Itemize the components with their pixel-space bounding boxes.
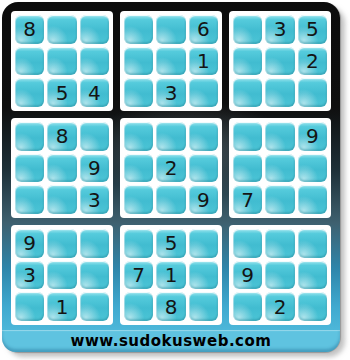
cell-r6c7: 7: [233, 185, 262, 214]
cell-r4c7[interactable]: [233, 122, 262, 151]
cell-r2c1[interactable]: [15, 47, 44, 76]
cell-r7c4[interactable]: [124, 229, 153, 258]
cell-r5c4[interactable]: [124, 154, 153, 183]
box-r1c3: 352: [229, 11, 331, 111]
cell-r5c3: 9: [80, 154, 109, 183]
cell-r2c9: 2: [298, 47, 327, 76]
cell-r7c3[interactable]: [80, 229, 109, 258]
cell-r3c3: 4: [80, 78, 109, 107]
cell-r4c8[interactable]: [265, 122, 294, 151]
cell-r9c4[interactable]: [124, 292, 153, 321]
cell-r6c1[interactable]: [15, 185, 44, 214]
box-r3c1: 931: [11, 225, 113, 325]
cell-r8c9[interactable]: [298, 261, 327, 290]
cell-r4c3[interactable]: [80, 122, 109, 151]
cell-r1c2[interactable]: [47, 15, 76, 44]
cell-r2c8[interactable]: [265, 47, 294, 76]
cell-r4c5[interactable]: [156, 122, 185, 151]
box-r2c3: 97: [229, 118, 331, 218]
cell-r7c1: 9: [15, 229, 44, 258]
cell-r7c6[interactable]: [189, 229, 218, 258]
cell-r3c8[interactable]: [265, 78, 294, 107]
sudoku-board: 8546133528932997931571892: [11, 11, 331, 325]
cell-r4c1[interactable]: [15, 122, 44, 151]
cell-r1c5[interactable]: [156, 15, 185, 44]
cell-r2c3[interactable]: [80, 47, 109, 76]
cell-r6c9[interactable]: [298, 185, 327, 214]
cell-r5c6[interactable]: [189, 154, 218, 183]
cell-r1c7[interactable]: [233, 15, 262, 44]
cell-r9c1[interactable]: [15, 292, 44, 321]
cell-r7c7[interactable]: [233, 229, 262, 258]
cell-r6c6: 9: [189, 185, 218, 214]
cell-r3c6[interactable]: [189, 78, 218, 107]
box-r1c1: 854: [11, 11, 113, 111]
cell-r3c2: 5: [47, 78, 76, 107]
cell-r8c7: 9: [233, 261, 262, 290]
box-r2c2: 29: [120, 118, 222, 218]
cell-r9c8: 2: [265, 292, 294, 321]
cell-r5c7[interactable]: [233, 154, 262, 183]
cell-r2c7[interactable]: [233, 47, 262, 76]
cell-r7c8[interactable]: [265, 229, 294, 258]
cell-r5c1[interactable]: [15, 154, 44, 183]
cell-r9c6[interactable]: [189, 292, 218, 321]
cell-r3c7[interactable]: [233, 78, 262, 107]
cell-r6c8[interactable]: [265, 185, 294, 214]
cell-r7c9[interactable]: [298, 229, 327, 258]
cell-r7c5: 5: [156, 229, 185, 258]
cell-r3c9[interactable]: [298, 78, 327, 107]
cell-r3c1[interactable]: [15, 78, 44, 107]
cell-r9c2: 1: [47, 292, 76, 321]
cell-r5c8[interactable]: [265, 154, 294, 183]
cell-r3c4[interactable]: [124, 78, 153, 107]
puzzle-frame: 8546133528932997931571892 www.sudokusweb…: [2, 2, 340, 352]
cell-r5c5: 2: [156, 154, 185, 183]
cell-r3c5: 3: [156, 78, 185, 107]
cell-r6c4[interactable]: [124, 185, 153, 214]
cell-r8c3[interactable]: [80, 261, 109, 290]
cell-r8c5: 1: [156, 261, 185, 290]
cell-r8c4: 7: [124, 261, 153, 290]
cell-r8c8[interactable]: [265, 261, 294, 290]
cell-r1c1: 8: [15, 15, 44, 44]
cell-r1c3[interactable]: [80, 15, 109, 44]
cell-r6c3: 3: [80, 185, 109, 214]
cell-r2c4[interactable]: [124, 47, 153, 76]
cell-r4c9: 9: [298, 122, 327, 151]
cell-r1c9: 5: [298, 15, 327, 44]
cell-r9c3[interactable]: [80, 292, 109, 321]
cell-r9c7[interactable]: [233, 292, 262, 321]
cell-r9c5: 8: [156, 292, 185, 321]
cell-r2c6: 1: [189, 47, 218, 76]
cell-r5c2[interactable]: [47, 154, 76, 183]
cell-r6c2[interactable]: [47, 185, 76, 214]
box-r3c3: 92: [229, 225, 331, 325]
box-r3c2: 5718: [120, 225, 222, 325]
box-r2c1: 893: [11, 118, 113, 218]
cell-r2c5[interactable]: [156, 47, 185, 76]
cell-r1c4[interactable]: [124, 15, 153, 44]
cell-r4c4[interactable]: [124, 122, 153, 151]
cell-r1c8: 3: [265, 15, 294, 44]
cell-r5c9[interactable]: [298, 154, 327, 183]
cell-r1c6: 6: [189, 15, 218, 44]
box-r1c2: 613: [120, 11, 222, 111]
cell-r4c2: 8: [47, 122, 76, 151]
cell-r7c2[interactable]: [47, 229, 76, 258]
cell-r8c6[interactable]: [189, 261, 218, 290]
footer-bar: www.sudokusweb.com: [2, 330, 340, 352]
cell-r8c1: 3: [15, 261, 44, 290]
cell-r6c5[interactable]: [156, 185, 185, 214]
cell-r4c6[interactable]: [189, 122, 218, 151]
page-background: 8546133528932997931571892 www.sudokusweb…: [0, 0, 350, 360]
cell-r8c2[interactable]: [47, 261, 76, 290]
cell-r2c2[interactable]: [47, 47, 76, 76]
site-url[interactable]: www.sudokusweb.com: [71, 332, 272, 350]
cell-r9c9[interactable]: [298, 292, 327, 321]
